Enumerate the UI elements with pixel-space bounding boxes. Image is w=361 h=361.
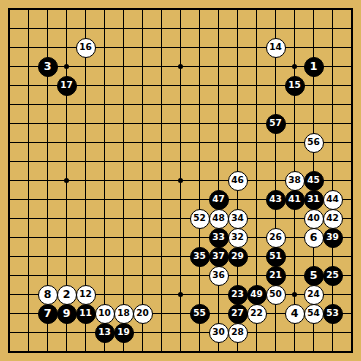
stone-black-11: 11	[76, 304, 96, 324]
stone-white-30: 30	[209, 323, 229, 343]
stone-black-29: 29	[228, 247, 248, 267]
stone-black-9: 9	[57, 304, 77, 324]
stone-black-17: 17	[57, 76, 77, 96]
stone-white-24: 24	[304, 285, 324, 305]
stone-white-22: 22	[247, 304, 267, 324]
stone-black-51: 51	[266, 247, 286, 267]
stone-black-7: 7	[38, 304, 58, 324]
stone-black-49: 49	[247, 285, 267, 305]
stone-black-31: 31	[304, 190, 324, 210]
stone-black-39: 39	[323, 228, 343, 248]
stone-white-44: 44	[323, 190, 343, 210]
go-board[interactable]: 1234567891011121314151617181920212223242…	[0, 0, 361, 361]
stone-white-54: 54	[304, 304, 324, 324]
stone-white-20: 20	[133, 304, 153, 324]
stone-black-1: 1	[304, 57, 324, 77]
stone-black-43: 43	[266, 190, 286, 210]
stone-black-23: 23	[228, 285, 248, 305]
stone-black-13: 13	[95, 323, 115, 343]
stone-white-16: 16	[76, 38, 96, 58]
stone-white-50: 50	[266, 285, 286, 305]
stone-white-46: 46	[228, 171, 248, 191]
stone-white-52: 52	[190, 209, 210, 229]
stone-black-27: 27	[228, 304, 248, 324]
stone-white-8: 8	[38, 285, 58, 305]
stone-black-41: 41	[285, 190, 305, 210]
stone-white-32: 32	[228, 228, 248, 248]
stone-black-57: 57	[266, 114, 286, 134]
stone-black-47: 47	[209, 190, 229, 210]
stone-white-28: 28	[228, 323, 248, 343]
stone-white-12: 12	[76, 285, 96, 305]
stone-black-15: 15	[285, 76, 305, 96]
stone-black-21: 21	[266, 266, 286, 286]
stone-white-48: 48	[209, 209, 229, 229]
stones-layer: 1234567891011121314151617181920212223242…	[0, 0, 361, 361]
stone-black-35: 35	[190, 247, 210, 267]
stone-white-36: 36	[209, 266, 229, 286]
stone-black-53: 53	[323, 304, 343, 324]
stone-white-56: 56	[304, 133, 324, 153]
stone-black-55: 55	[190, 304, 210, 324]
stone-black-25: 25	[323, 266, 343, 286]
stone-white-4: 4	[285, 304, 305, 324]
stone-white-10: 10	[95, 304, 115, 324]
stone-white-38: 38	[285, 171, 305, 191]
stone-white-42: 42	[323, 209, 343, 229]
stone-white-2: 2	[57, 285, 77, 305]
stone-white-6: 6	[304, 228, 324, 248]
stone-black-5: 5	[304, 266, 324, 286]
stone-white-34: 34	[228, 209, 248, 229]
stone-black-3: 3	[38, 57, 58, 77]
stone-black-45: 45	[304, 171, 324, 191]
stone-white-40: 40	[304, 209, 324, 229]
stone-white-26: 26	[266, 228, 286, 248]
stone-black-33: 33	[209, 228, 229, 248]
stone-white-18: 18	[114, 304, 134, 324]
stone-black-19: 19	[114, 323, 134, 343]
stone-white-14: 14	[266, 38, 286, 58]
stone-black-37: 37	[209, 247, 229, 267]
